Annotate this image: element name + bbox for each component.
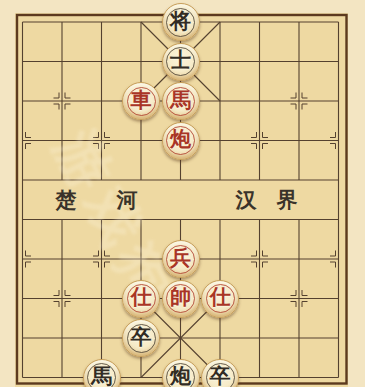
- river-label-0: 楚: [56, 186, 77, 214]
- piece-label: 将: [170, 11, 191, 32]
- river-label-2: 汉: [236, 186, 257, 214]
- piece-label: 卒: [210, 366, 231, 387]
- piece-label: 帥: [170, 287, 191, 308]
- xiangqi-board[interactable]: 游戏狗 楚河汉界 将士車馬炮兵仕帥仕卒馬炮卒: [0, 0, 365, 387]
- red-cannon[interactable]: 炮: [162, 122, 200, 160]
- red-soldier[interactable]: 兵: [162, 240, 200, 278]
- piece-label: 車: [131, 90, 152, 111]
- piece-label: 馬: [91, 366, 112, 387]
- river-label-1: 河: [117, 186, 138, 214]
- red-advisor-right[interactable]: 仕: [201, 280, 239, 318]
- piece-label: 炮: [170, 129, 191, 150]
- red-chariot[interactable]: 車: [122, 82, 160, 120]
- piece-label: 炮: [170, 366, 191, 387]
- piece-label: 仕: [210, 287, 231, 308]
- red-horse[interactable]: 馬: [162, 82, 200, 120]
- black-soldier-a[interactable]: 卒: [122, 319, 160, 357]
- piece-label: 卒: [131, 327, 152, 348]
- piece-label: 兵: [170, 248, 191, 269]
- piece-label: 士: [170, 50, 191, 71]
- river-label-3: 界: [277, 186, 298, 214]
- black-advisor[interactable]: 士: [162, 43, 200, 81]
- piece-label: 仕: [131, 287, 152, 308]
- red-general[interactable]: 帥: [162, 280, 200, 318]
- red-advisor-left[interactable]: 仕: [122, 280, 160, 318]
- black-general[interactable]: 将: [162, 3, 200, 41]
- piece-label: 馬: [170, 90, 191, 111]
